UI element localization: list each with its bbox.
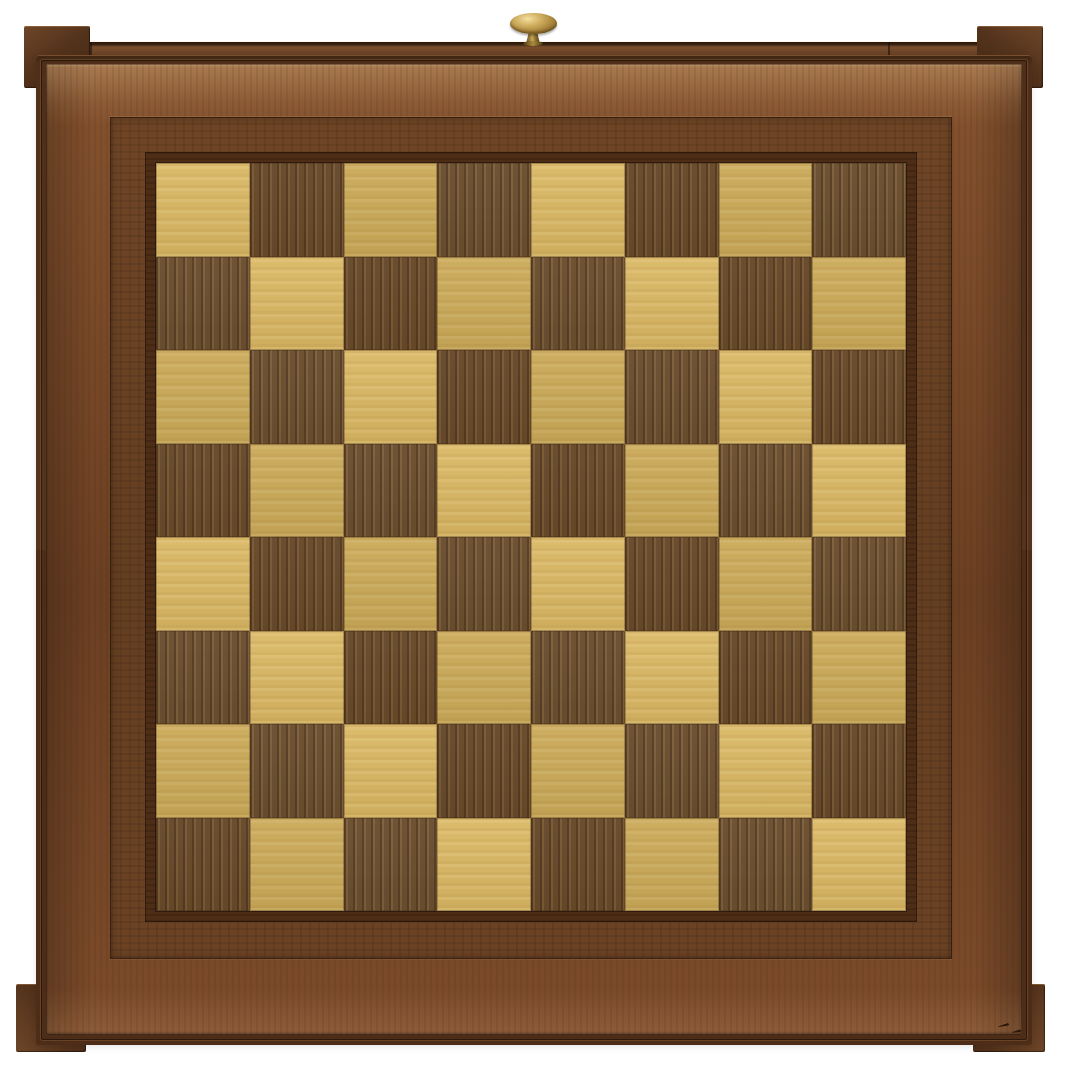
square-g6[interactable] xyxy=(719,350,813,444)
square-g2[interactable] xyxy=(719,724,813,818)
square-d7[interactable] xyxy=(437,257,531,351)
square-g3[interactable] xyxy=(719,631,813,725)
square-c5[interactable] xyxy=(344,444,438,538)
square-h6[interactable] xyxy=(812,350,906,444)
square-b8[interactable] xyxy=(250,163,344,257)
knob-base xyxy=(523,41,543,46)
square-d2[interactable] xyxy=(437,724,531,818)
square-d4[interactable] xyxy=(437,537,531,631)
square-a2[interactable] xyxy=(156,724,250,818)
square-d8[interactable] xyxy=(437,163,531,257)
square-c7[interactable] xyxy=(344,257,438,351)
square-h2[interactable] xyxy=(812,724,906,818)
square-b6[interactable] xyxy=(250,350,344,444)
square-f7[interactable] xyxy=(625,257,719,351)
square-d6[interactable] xyxy=(437,350,531,444)
drawer-knob-icon[interactable] xyxy=(510,13,557,34)
square-c1[interactable] xyxy=(344,818,438,912)
square-f5[interactable] xyxy=(625,444,719,538)
square-g7[interactable] xyxy=(719,257,813,351)
square-h8[interactable] xyxy=(812,163,906,257)
square-e4[interactable] xyxy=(531,537,625,631)
chess-board xyxy=(156,163,906,911)
square-f8[interactable] xyxy=(625,163,719,257)
square-f1[interactable] xyxy=(625,818,719,912)
square-a8[interactable] xyxy=(156,163,250,257)
square-e7[interactable] xyxy=(531,257,625,351)
square-b7[interactable] xyxy=(250,257,344,351)
square-a5[interactable] xyxy=(156,444,250,538)
square-h5[interactable] xyxy=(812,444,906,538)
square-b4[interactable] xyxy=(250,537,344,631)
square-c8[interactable] xyxy=(344,163,438,257)
square-b5[interactable] xyxy=(250,444,344,538)
square-f6[interactable] xyxy=(625,350,719,444)
square-h4[interactable] xyxy=(812,537,906,631)
square-g8[interactable] xyxy=(719,163,813,257)
square-e6[interactable] xyxy=(531,350,625,444)
square-b1[interactable] xyxy=(250,818,344,912)
square-g4[interactable] xyxy=(719,537,813,631)
square-e5[interactable] xyxy=(531,444,625,538)
square-h1[interactable] xyxy=(812,818,906,912)
square-e2[interactable] xyxy=(531,724,625,818)
square-a7[interactable] xyxy=(156,257,250,351)
square-c6[interactable] xyxy=(344,350,438,444)
square-c2[interactable] xyxy=(344,724,438,818)
square-d1[interactable] xyxy=(437,818,531,912)
square-g1[interactable] xyxy=(719,818,813,912)
square-e8[interactable] xyxy=(531,163,625,257)
square-h3[interactable] xyxy=(812,631,906,725)
board-frame xyxy=(36,55,1032,1045)
square-e1[interactable] xyxy=(531,818,625,912)
square-h7[interactable] xyxy=(812,257,906,351)
chess-board-scene xyxy=(0,0,1067,1067)
square-a3[interactable] xyxy=(156,631,250,725)
square-a4[interactable] xyxy=(156,537,250,631)
square-f3[interactable] xyxy=(625,631,719,725)
square-e3[interactable] xyxy=(531,631,625,725)
square-d3[interactable] xyxy=(437,631,531,725)
square-d5[interactable] xyxy=(437,444,531,538)
square-g5[interactable] xyxy=(719,444,813,538)
square-f4[interactable] xyxy=(625,537,719,631)
square-b3[interactable] xyxy=(250,631,344,725)
square-f2[interactable] xyxy=(625,724,719,818)
square-a6[interactable] xyxy=(156,350,250,444)
square-a1[interactable] xyxy=(156,818,250,912)
square-b2[interactable] xyxy=(250,724,344,818)
square-c3[interactable] xyxy=(344,631,438,725)
square-c4[interactable] xyxy=(344,537,438,631)
